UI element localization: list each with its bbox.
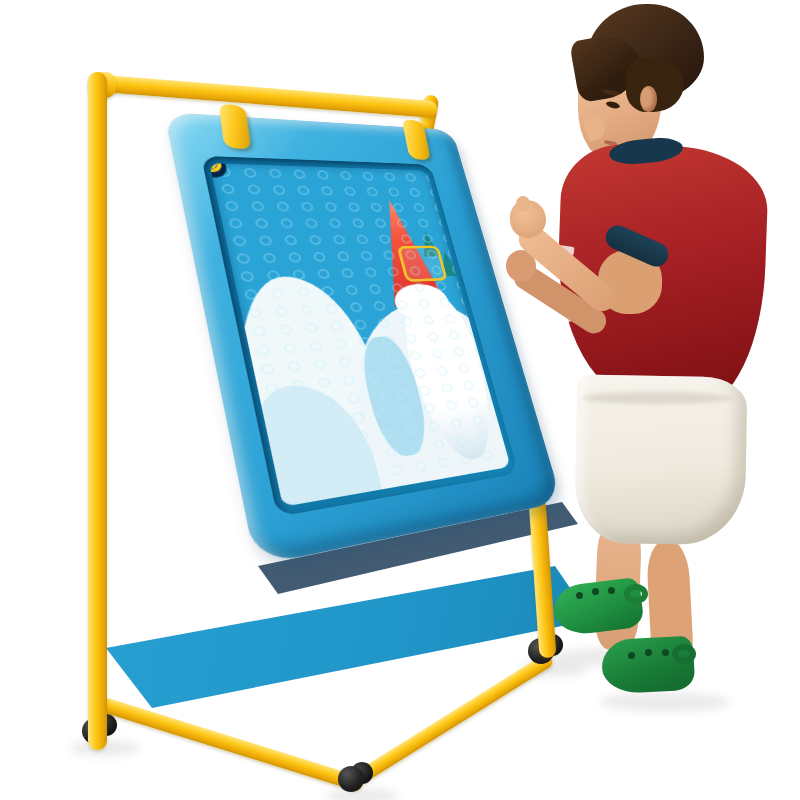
clog-hole <box>662 649 669 656</box>
photo-stage: ★ <box>0 0 800 800</box>
child-ear <box>640 86 657 112</box>
clog-heel-strap <box>672 644 696 664</box>
clog-heel-strap <box>624 584 648 604</box>
clog-hole <box>576 592 583 599</box>
child-thumb <box>516 196 530 212</box>
clog-hole <box>645 649 652 656</box>
clog-hole <box>592 588 599 595</box>
clog-hole <box>628 652 635 659</box>
shirt-hem-shadow <box>582 392 732 404</box>
child-figure <box>0 0 800 800</box>
clog-hole <box>608 587 615 594</box>
